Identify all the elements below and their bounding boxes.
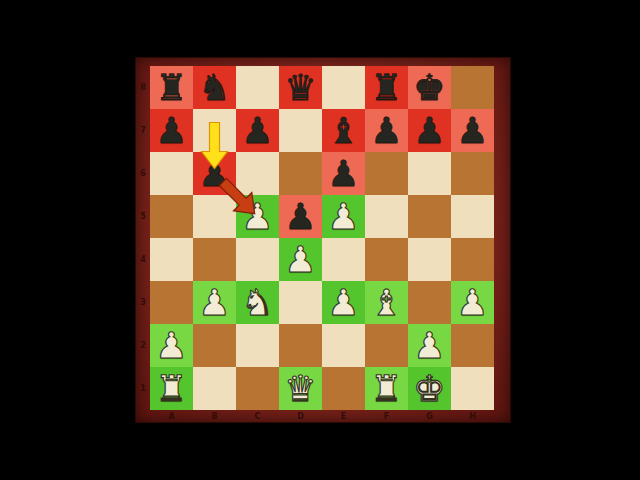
square-d6[interactable]	[279, 152, 322, 195]
black-pawn: ♟	[456, 109, 488, 152]
square-d7[interactable]	[279, 109, 322, 152]
square-b6[interactable]: ♟	[193, 152, 236, 195]
black-pawn: ♟	[327, 152, 359, 195]
white-king: ♚	[413, 367, 445, 410]
file-label: D	[279, 410, 322, 422]
white-queen: ♛	[284, 367, 316, 410]
square-b7[interactable]	[193, 109, 236, 152]
rank-label: 6	[136, 152, 150, 195]
file-label: B	[193, 410, 236, 422]
square-g4[interactable]	[408, 238, 451, 281]
square-c5[interactable]: ♟	[236, 195, 279, 238]
square-c8[interactable]	[236, 66, 279, 109]
app-background: 8 7 6 5 4 3 2 1 A B C D E F G H ♜♞♛♜♚♟♟♝…	[0, 0, 640, 480]
square-g6[interactable]	[408, 152, 451, 195]
white-pawn: ♟	[456, 281, 488, 324]
file-label: E	[322, 410, 365, 422]
square-e1[interactable]	[322, 367, 365, 410]
white-pawn: ♟	[327, 281, 359, 324]
square-h4[interactable]	[451, 238, 494, 281]
square-a6[interactable]	[150, 152, 193, 195]
square-h2[interactable]	[451, 324, 494, 367]
white-knight: ♞	[241, 281, 273, 324]
white-rook: ♜	[155, 367, 187, 410]
square-f4[interactable]	[365, 238, 408, 281]
square-e7[interactable]: ♝	[322, 109, 365, 152]
square-h8[interactable]	[451, 66, 494, 109]
square-c6[interactable]	[236, 152, 279, 195]
square-f3[interactable]: ♝	[365, 281, 408, 324]
black-pawn: ♟	[198, 152, 230, 195]
square-g8[interactable]: ♚	[408, 66, 451, 109]
rank-label: 4	[136, 238, 150, 281]
square-a7[interactable]: ♟	[150, 109, 193, 152]
square-f1[interactable]: ♜	[365, 367, 408, 410]
rank-label: 7	[136, 109, 150, 152]
square-f8[interactable]: ♜	[365, 66, 408, 109]
square-c2[interactable]	[236, 324, 279, 367]
square-b4[interactable]	[193, 238, 236, 281]
square-f2[interactable]	[365, 324, 408, 367]
square-g5[interactable]	[408, 195, 451, 238]
file-labels: A B C D E F G H	[150, 410, 494, 422]
square-c7[interactable]: ♟	[236, 109, 279, 152]
square-d2[interactable]	[279, 324, 322, 367]
square-f5[interactable]	[365, 195, 408, 238]
square-e4[interactable]	[322, 238, 365, 281]
square-a4[interactable]	[150, 238, 193, 281]
square-c3[interactable]: ♞	[236, 281, 279, 324]
square-c1[interactable]	[236, 367, 279, 410]
square-b8[interactable]: ♞	[193, 66, 236, 109]
square-g2[interactable]: ♟	[408, 324, 451, 367]
rank-label: 5	[136, 195, 150, 238]
square-c4[interactable]	[236, 238, 279, 281]
file-label: H	[451, 410, 494, 422]
square-f6[interactable]	[365, 152, 408, 195]
black-bishop: ♝	[327, 109, 359, 152]
black-king: ♚	[413, 66, 445, 109]
square-g1[interactable]: ♚	[408, 367, 451, 410]
file-label: C	[236, 410, 279, 422]
rank-label: 8	[136, 66, 150, 109]
black-rook: ♜	[155, 66, 187, 109]
white-pawn: ♟	[198, 281, 230, 324]
square-d3[interactable]	[279, 281, 322, 324]
white-pawn: ♟	[155, 324, 187, 367]
square-e5[interactable]: ♟	[322, 195, 365, 238]
black-pawn: ♟	[155, 109, 187, 152]
square-a3[interactable]	[150, 281, 193, 324]
square-a8[interactable]: ♜	[150, 66, 193, 109]
black-knight: ♞	[198, 66, 230, 109]
square-d1[interactable]: ♛	[279, 367, 322, 410]
square-e8[interactable]	[322, 66, 365, 109]
square-h3[interactable]: ♟	[451, 281, 494, 324]
square-e6[interactable]: ♟	[322, 152, 365, 195]
chess-board-frame: 8 7 6 5 4 3 2 1 A B C D E F G H ♜♞♛♜♚♟♟♝…	[136, 58, 510, 422]
chess-board: ♜♞♛♜♚♟♟♝♟♟♟♟♟♟♟♟♟♟♞♟♝♟♟♟♜♛♜♚	[150, 66, 494, 410]
white-pawn: ♟	[413, 324, 445, 367]
white-bishop: ♝	[370, 281, 402, 324]
black-pawn: ♟	[241, 109, 273, 152]
rank-label: 3	[136, 281, 150, 324]
file-label: F	[365, 410, 408, 422]
square-a1[interactable]: ♜	[150, 367, 193, 410]
white-pawn: ♟	[327, 195, 359, 238]
black-queen: ♛	[284, 66, 316, 109]
square-b1[interactable]	[193, 367, 236, 410]
square-h5[interactable]	[451, 195, 494, 238]
black-pawn: ♟	[284, 195, 316, 238]
square-h7[interactable]: ♟	[451, 109, 494, 152]
white-pawn: ♟	[241, 195, 273, 238]
rank-label: 2	[136, 324, 150, 367]
square-e2[interactable]	[322, 324, 365, 367]
white-rook: ♜	[370, 367, 402, 410]
black-pawn: ♟	[370, 109, 402, 152]
square-d5[interactable]: ♟	[279, 195, 322, 238]
square-g3[interactable]	[408, 281, 451, 324]
square-a2[interactable]: ♟	[150, 324, 193, 367]
black-rook: ♜	[370, 66, 402, 109]
square-b2[interactable]	[193, 324, 236, 367]
square-a5[interactable]	[150, 195, 193, 238]
white-pawn: ♟	[284, 238, 316, 281]
black-pawn: ♟	[413, 109, 445, 152]
square-b3[interactable]: ♟	[193, 281, 236, 324]
square-d4[interactable]: ♟	[279, 238, 322, 281]
square-b5[interactable]	[193, 195, 236, 238]
square-f7[interactable]: ♟	[365, 109, 408, 152]
square-g7[interactable]: ♟	[408, 109, 451, 152]
square-h6[interactable]	[451, 152, 494, 195]
file-label: A	[150, 410, 193, 422]
square-e3[interactable]: ♟	[322, 281, 365, 324]
rank-label: 1	[136, 367, 150, 410]
square-h1[interactable]	[451, 367, 494, 410]
square-d8[interactable]: ♛	[279, 66, 322, 109]
file-label: G	[408, 410, 451, 422]
rank-labels: 8 7 6 5 4 3 2 1	[136, 66, 150, 410]
